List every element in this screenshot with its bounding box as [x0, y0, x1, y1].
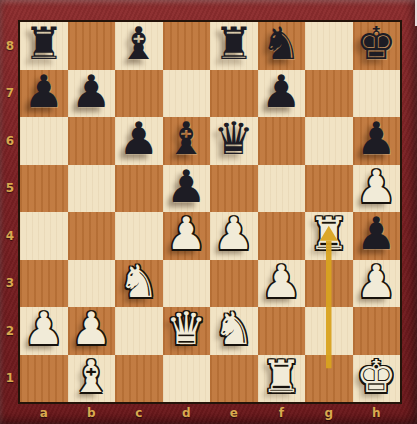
square-g6[interactable] [305, 117, 353, 165]
piece-black-pawn-h6[interactable]: ♟ [356, 116, 396, 161]
square-c6[interactable]: ♟ [115, 117, 163, 165]
square-h7[interactable] [353, 70, 401, 118]
square-b8[interactable] [68, 22, 116, 70]
square-e7[interactable] [210, 70, 258, 118]
square-h6[interactable]: ♟ [353, 117, 401, 165]
square-f1[interactable]: ♜ [258, 355, 306, 403]
square-a5[interactable] [20, 165, 68, 213]
piece-white-pawn-d4[interactable]: ♟ [166, 211, 206, 256]
square-c1[interactable] [115, 355, 163, 403]
square-e2[interactable]: ♞ [210, 307, 258, 355]
piece-black-pawn-b7[interactable]: ♟ [71, 69, 111, 114]
square-d7[interactable] [163, 70, 211, 118]
square-h4[interactable]: ♟ [353, 212, 401, 260]
square-d3[interactable] [163, 260, 211, 308]
square-f8[interactable]: ♞ [258, 22, 306, 70]
square-e1[interactable] [210, 355, 258, 403]
file-labels: abcdefgh [20, 402, 400, 424]
piece-black-king-h8[interactable]: ♚ [356, 21, 396, 66]
square-h5[interactable]: ♟ [353, 165, 401, 213]
piece-black-bishop-c8[interactable]: ♝ [119, 21, 159, 66]
square-b4[interactable] [68, 212, 116, 260]
square-b7[interactable]: ♟ [68, 70, 116, 118]
piece-black-bishop-d6[interactable]: ♝ [166, 116, 206, 161]
piece-black-pawn-d5[interactable]: ♟ [166, 164, 206, 209]
piece-black-knight-f8[interactable]: ♞ [261, 21, 301, 66]
square-b5[interactable] [68, 165, 116, 213]
square-d5[interactable]: ♟ [163, 165, 211, 213]
piece-black-pawn-a7[interactable]: ♟ [24, 69, 64, 114]
piece-white-queen-d2[interactable]: ♛ [166, 306, 206, 351]
square-h1[interactable]: ♚ [353, 355, 401, 403]
square-d1[interactable] [163, 355, 211, 403]
square-g1[interactable] [305, 355, 353, 403]
square-g3[interactable] [305, 260, 353, 308]
square-e5[interactable] [210, 165, 258, 213]
file-label-e: e [210, 402, 258, 424]
piece-black-queen-e6[interactable]: ♛ [214, 116, 254, 161]
rank-labels: 87654321 [0, 22, 20, 402]
square-f5[interactable] [258, 165, 306, 213]
piece-white-king-h1[interactable]: ♚ [356, 354, 396, 399]
piece-white-rook-g4[interactable]: ♜ [309, 211, 349, 256]
square-c3[interactable]: ♞ [115, 260, 163, 308]
board: ♜♝♜♞♚♟♟♟♟♝♛♟♟♟♟♟♜♟♞♟♟♟♟♛♞♝♜♚ [20, 22, 400, 402]
square-c2[interactable] [115, 307, 163, 355]
rank-label-5: 5 [0, 165, 20, 213]
file-label-d: d [163, 402, 211, 424]
square-b6[interactable] [68, 117, 116, 165]
piece-black-pawn-h4[interactable]: ♟ [356, 211, 396, 256]
piece-white-pawn-f3[interactable]: ♟ [261, 259, 301, 304]
rank-label-3: 3 [0, 260, 20, 308]
rank-label-4: 4 [0, 212, 20, 260]
square-c5[interactable] [115, 165, 163, 213]
square-e6[interactable]: ♛ [210, 117, 258, 165]
square-a2[interactable]: ♟ [20, 307, 68, 355]
piece-black-pawn-f7[interactable]: ♟ [261, 69, 301, 114]
rank-label-8: 8 [0, 22, 20, 70]
square-f6[interactable] [258, 117, 306, 165]
square-h3[interactable]: ♟ [353, 260, 401, 308]
square-e8[interactable]: ♜ [210, 22, 258, 70]
square-a8[interactable]: ♜ [20, 22, 68, 70]
square-c8[interactable]: ♝ [115, 22, 163, 70]
square-c4[interactable] [115, 212, 163, 260]
piece-white-pawn-a2[interactable]: ♟ [24, 306, 64, 351]
square-h8[interactable]: ♚ [353, 22, 401, 70]
file-label-g: g [305, 402, 353, 424]
piece-white-pawn-h3[interactable]: ♟ [356, 259, 396, 304]
square-d4[interactable]: ♟ [163, 212, 211, 260]
file-label-a: a [20, 402, 68, 424]
piece-white-bishop-b1[interactable]: ♝ [71, 354, 111, 399]
square-f2[interactable] [258, 307, 306, 355]
square-d8[interactable] [163, 22, 211, 70]
piece-black-rook-e8[interactable]: ♜ [214, 21, 254, 66]
rank-label-6: 6 [0, 117, 20, 165]
square-g7[interactable] [305, 70, 353, 118]
board-frame: 87654321 abcdefgh ♜♝♜♞♚♟♟♟♟♝♛♟♟♟♟♟♜♟♞♟♟♟… [0, 0, 417, 424]
square-f7[interactable]: ♟ [258, 70, 306, 118]
square-g4[interactable]: ♜ [305, 212, 353, 260]
piece-black-pawn-c6[interactable]: ♟ [119, 116, 159, 161]
square-g8[interactable] [305, 22, 353, 70]
piece-white-knight-e2[interactable]: ♞ [214, 306, 254, 351]
square-g5[interactable] [305, 165, 353, 213]
square-f3[interactable]: ♟ [258, 260, 306, 308]
piece-white-pawn-e4[interactable]: ♟ [214, 211, 254, 256]
rank-label-7: 7 [0, 70, 20, 118]
square-a1[interactable] [20, 355, 68, 403]
square-e3[interactable] [210, 260, 258, 308]
file-label-f: f [258, 402, 306, 424]
file-label-c: c [115, 402, 163, 424]
square-b3[interactable] [68, 260, 116, 308]
file-label-b: b [68, 402, 116, 424]
piece-white-pawn-h5[interactable]: ♟ [356, 164, 396, 209]
square-a7[interactable]: ♟ [20, 70, 68, 118]
piece-white-knight-c3[interactable]: ♞ [119, 259, 159, 304]
rank-label-1: 1 [0, 355, 20, 403]
square-a4[interactable] [20, 212, 68, 260]
square-f4[interactable] [258, 212, 306, 260]
square-c7[interactable] [115, 70, 163, 118]
rank-label-2: 2 [0, 307, 20, 355]
square-d2[interactable]: ♛ [163, 307, 211, 355]
square-g2[interactable] [305, 307, 353, 355]
piece-white-rook-f1[interactable]: ♜ [261, 354, 301, 399]
square-a6[interactable] [20, 117, 68, 165]
square-d6[interactable]: ♝ [163, 117, 211, 165]
square-b1[interactable]: ♝ [68, 355, 116, 403]
square-a3[interactable] [20, 260, 68, 308]
square-h2[interactable] [353, 307, 401, 355]
piece-white-pawn-b2[interactable]: ♟ [71, 306, 111, 351]
file-label-h: h [353, 402, 401, 424]
square-b2[interactable]: ♟ [68, 307, 116, 355]
piece-black-rook-a8[interactable]: ♜ [24, 21, 64, 66]
square-e4[interactable]: ♟ [210, 212, 258, 260]
